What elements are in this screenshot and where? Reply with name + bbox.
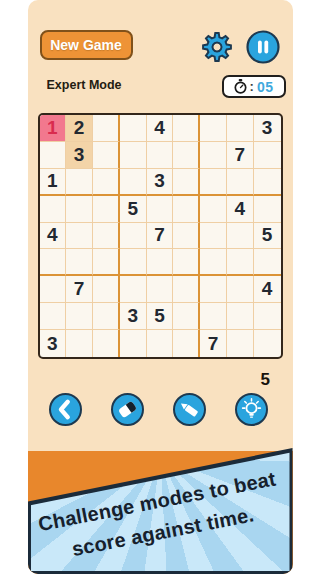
- sudoku-cell-r7c9[interactable]: 4: [254, 276, 281, 303]
- sudoku-cell-r9c6[interactable]: [173, 330, 200, 357]
- sudoku-cell-r4c9[interactable]: [254, 196, 281, 223]
- undo-button[interactable]: [49, 393, 82, 426]
- sudoku-cell-r6c3[interactable]: [93, 249, 120, 276]
- pause-icon: [246, 52, 280, 67]
- sudoku-cell-r3c1[interactable]: 1: [40, 169, 67, 196]
- sudoku-cell-r8c9[interactable]: [254, 303, 281, 330]
- sudoku-cell-r6c1[interactable]: [40, 249, 67, 276]
- sudoku-cell-r9c4[interactable]: [120, 330, 147, 357]
- mode-label: Expert Mode: [47, 78, 122, 92]
- sudoku-cell-r2c1[interactable]: [40, 142, 67, 169]
- sudoku-cell-r9c3[interactable]: [93, 330, 120, 357]
- sudoku-cell-r1c8[interactable]: [227, 115, 254, 142]
- stopwatch-icon: [234, 79, 247, 94]
- sudoku-cell-r9c8[interactable]: [227, 330, 254, 357]
- sudoku-cell-r5c3[interactable]: [93, 223, 120, 250]
- sudoku-cell-r1c1[interactable]: 1: [40, 115, 67, 142]
- new-game-button[interactable]: New Game: [40, 30, 133, 60]
- sudoku-cell-r6c5[interactable]: [147, 249, 174, 276]
- gear-icon: [201, 51, 233, 66]
- sudoku-cell-r5c7[interactable]: [200, 223, 227, 250]
- pencil-icon: [175, 395, 204, 424]
- sudoku-cell-r3c5[interactable]: 3: [147, 169, 174, 196]
- sudoku-cell-r4c7[interactable]: [200, 196, 227, 223]
- sudoku-cell-r8c8[interactable]: [227, 303, 254, 330]
- sudoku-cell-r6c2[interactable]: [66, 249, 93, 276]
- sudoku-cell-r2c4[interactable]: [120, 142, 147, 169]
- eraser-icon: [113, 395, 142, 424]
- sudoku-cell-r6c9[interactable]: [254, 249, 281, 276]
- sudoku-cell-r9c7[interactable]: 7: [200, 330, 227, 357]
- sudoku-cell-r4c6[interactable]: [173, 196, 200, 223]
- sudoku-cell-r7c5[interactable]: [147, 276, 174, 303]
- hint-button[interactable]: [235, 393, 268, 426]
- sudoku-cell-r3c6[interactable]: [173, 169, 200, 196]
- sudoku-cell-r5c4[interactable]: [120, 223, 147, 250]
- sudoku-cell-r6c6[interactable]: [173, 249, 200, 276]
- sudoku-cell-r1c2[interactable]: 2: [66, 115, 93, 142]
- sudoku-cell-r5c6[interactable]: [173, 223, 200, 250]
- sudoku-cell-r1c4[interactable]: [120, 115, 147, 142]
- sudoku-cell-r1c3[interactable]: [93, 115, 120, 142]
- sudoku-cell-r6c7[interactable]: [200, 249, 227, 276]
- sudoku-cell-r7c7[interactable]: [200, 276, 227, 303]
- sudoku-cell-r1c7[interactable]: [200, 115, 227, 142]
- sudoku-cell-r9c1[interactable]: 3: [40, 330, 67, 357]
- timer-separator: :: [250, 79, 254, 94]
- erase-button[interactable]: [111, 393, 144, 426]
- sudoku-cell-r7c3[interactable]: [93, 276, 120, 303]
- sudoku-cell-r3c2[interactable]: [66, 169, 93, 196]
- sudoku-cell-r3c8[interactable]: [227, 169, 254, 196]
- sudoku-cell-r2c5[interactable]: [147, 142, 174, 169]
- sudoku-cell-r4c4[interactable]: 5: [120, 196, 147, 223]
- sudoku-cell-r5c5[interactable]: 7: [147, 223, 174, 250]
- sudoku-cell-r5c9[interactable]: 5: [254, 223, 281, 250]
- sudoku-cell-r4c3[interactable]: [93, 196, 120, 223]
- sudoku-cell-r2c9[interactable]: [254, 142, 281, 169]
- sudoku-cell-r8c2[interactable]: [66, 303, 93, 330]
- sudoku-cell-r4c1[interactable]: [40, 196, 67, 223]
- app-screen: New Game Expert Mode : 05 1: [28, 0, 293, 574]
- sudoku-cell-r3c3[interactable]: [93, 169, 120, 196]
- sudoku-cell-r8c7[interactable]: [200, 303, 227, 330]
- sudoku-cell-r5c8[interactable]: [227, 223, 254, 250]
- sudoku-cell-r4c8[interactable]: 4: [227, 196, 254, 223]
- lightbulb-icon: [237, 395, 266, 424]
- pause-button[interactable]: [246, 30, 280, 64]
- sudoku-cell-r7c1[interactable]: [40, 276, 67, 303]
- sudoku-cell-r6c8[interactable]: [227, 249, 254, 276]
- sudoku-cell-r9c9[interactable]: [254, 330, 281, 357]
- sudoku-cell-r8c4[interactable]: 3: [120, 303, 147, 330]
- sudoku-cell-r7c2[interactable]: 7: [66, 276, 93, 303]
- sudoku-cell-r3c9[interactable]: [254, 169, 281, 196]
- sudoku-cell-r2c8[interactable]: 7: [227, 142, 254, 169]
- sudoku-cell-r8c3[interactable]: [93, 303, 120, 330]
- sudoku-cell-r1c6[interactable]: [173, 115, 200, 142]
- sudoku-cell-r7c8[interactable]: [227, 276, 254, 303]
- sudoku-cell-r4c2[interactable]: [66, 196, 93, 223]
- sudoku-cell-r8c5[interactable]: 5: [147, 303, 174, 330]
- sudoku-cell-r7c6[interactable]: [173, 276, 200, 303]
- sudoku-cell-r3c7[interactable]: [200, 169, 227, 196]
- sudoku-cell-r2c7[interactable]: [200, 142, 227, 169]
- undo-chevron-icon: [51, 395, 80, 424]
- toolbar: [49, 393, 269, 427]
- sudoku-cell-r5c2[interactable]: [66, 223, 93, 250]
- sudoku-cell-r5c1[interactable]: 4: [40, 223, 67, 250]
- sudoku-cell-r8c6[interactable]: [173, 303, 200, 330]
- timer-value: 05: [257, 79, 274, 95]
- notes-button[interactable]: [173, 393, 206, 426]
- sudoku-cell-r2c3[interactable]: [93, 142, 120, 169]
- sudoku-cell-r6c4[interactable]: [120, 249, 147, 276]
- game-timer: : 05: [222, 75, 286, 98]
- sudoku-cell-r4c5[interactable]: [147, 196, 174, 223]
- sudoku-cell-r8c1[interactable]: [40, 303, 67, 330]
- sudoku-board: 1243371354475743537: [38, 113, 283, 359]
- settings-button[interactable]: [201, 31, 233, 63]
- sudoku-cell-r9c2[interactable]: [66, 330, 93, 357]
- sudoku-cell-r2c2[interactable]: 3: [66, 142, 93, 169]
- sudoku-cell-r7c4[interactable]: [120, 276, 147, 303]
- sudoku-cell-r2c6[interactable]: [173, 142, 200, 169]
- sudoku-cell-r9c5[interactable]: [147, 330, 174, 357]
- sudoku-cell-r1c9[interactable]: 3: [254, 115, 281, 142]
- hint-count-badge: 5: [261, 370, 270, 390]
- sudoku-cell-r3c4[interactable]: [120, 169, 147, 196]
- sudoku-cell-r1c5[interactable]: 4: [147, 115, 174, 142]
